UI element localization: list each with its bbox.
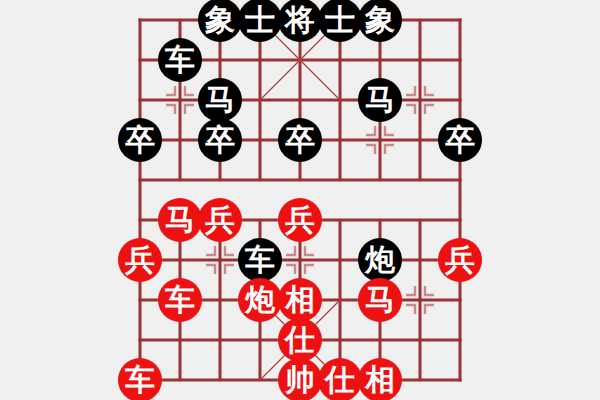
piece-black-soldier[interactable]: 卒 [278,118,322,162]
piece-black-elephant[interactable]: 象 [358,0,402,42]
piece-red-soldier[interactable]: 兵 [438,238,482,282]
intersection-6-2: 马 [360,80,400,120]
intersection-4-3: 卒 [280,120,320,160]
intersection-1-7: 车 [160,280,200,320]
intersection-4-0: 将 [280,0,320,40]
intersection-0-3: 卒 [120,120,160,160]
piece-black-soldier[interactable]: 卒 [438,118,482,162]
piece-black-cannon[interactable]: 炮 [358,238,402,282]
piece-red-horse[interactable]: 马 [158,198,202,242]
intersection-4-7: 相 [280,280,320,320]
intersection-5-0: 士 [320,0,360,40]
piece-red-soldier[interactable]: 兵 [198,198,242,242]
piece-black-general[interactable]: 将 [278,0,322,42]
intersection-6-6: 炮 [360,240,400,280]
piece-black-advisor[interactable]: 士 [318,0,362,42]
intersection-2-2: 马 [200,80,240,120]
intersection-3-0: 士 [240,0,280,40]
board-intersections[interactable]: 象士将士象车马马卒卒卒卒马兵兵兵车炮兵车炮相马仕车帅仕相 [120,0,480,400]
intersection-2-3: 卒 [200,120,240,160]
piece-red-advisor[interactable]: 仕 [318,358,362,400]
intersection-0-9: 车 [120,360,160,400]
intersection-8-3: 卒 [440,120,480,160]
intersection-3-6: 车 [240,240,280,280]
piece-red-soldier[interactable]: 兵 [118,238,162,282]
piece-black-horse[interactable]: 马 [358,78,402,122]
intersection-2-0: 象 [200,0,240,40]
piece-black-chariot[interactable]: 车 [158,38,202,82]
intersection-6-0: 象 [360,0,400,40]
piece-black-soldier[interactable]: 卒 [198,118,242,162]
piece-red-elephant[interactable]: 相 [278,278,322,322]
intersection-2-5: 兵 [200,200,240,240]
intersection-1-5: 马 [160,200,200,240]
intersection-5-9: 仕 [320,360,360,400]
piece-red-soldier[interactable]: 兵 [278,198,322,242]
intersection-6-7: 马 [360,280,400,320]
intersection-8-6: 兵 [440,240,480,280]
intersection-0-6: 兵 [120,240,160,280]
intersection-4-8: 仕 [280,320,320,360]
piece-red-chariot[interactable]: 车 [118,358,162,400]
piece-red-elephant[interactable]: 相 [358,358,402,400]
piece-red-cannon[interactable]: 炮 [238,278,282,322]
piece-black-horse[interactable]: 马 [198,78,242,122]
piece-red-horse[interactable]: 马 [358,278,402,322]
piece-black-elephant[interactable]: 象 [198,0,242,42]
piece-red-general[interactable]: 帅 [278,358,322,400]
intersection-6-9: 相 [360,360,400,400]
xiangqi-board: 象士将士象车马马卒卒卒卒马兵兵兵车炮兵车炮相马仕车帅仕相 [0,0,600,400]
piece-red-advisor[interactable]: 仕 [278,318,322,362]
intersection-4-9: 帅 [280,360,320,400]
intersection-4-5: 兵 [280,200,320,240]
piece-black-chariot[interactable]: 车 [238,238,282,282]
intersection-3-7: 炮 [240,280,280,320]
piece-black-soldier[interactable]: 卒 [118,118,162,162]
piece-black-advisor[interactable]: 士 [238,0,282,42]
piece-red-chariot[interactable]: 车 [158,278,202,322]
intersection-1-1: 车 [160,40,200,80]
